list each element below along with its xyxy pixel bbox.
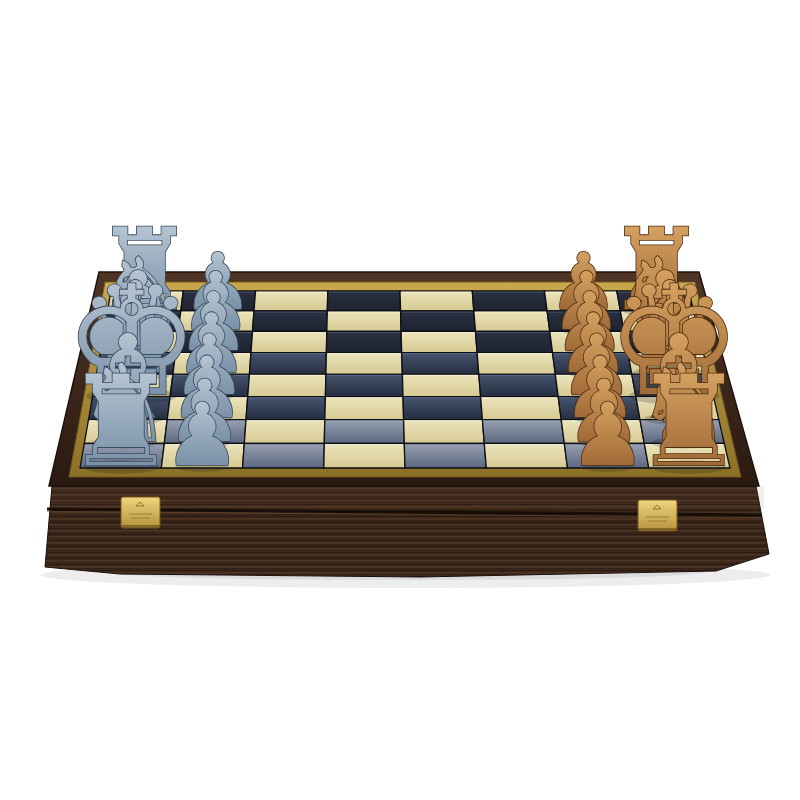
square-c6[interactable] (251, 332, 327, 353)
square-d3[interactable] (477, 353, 555, 375)
square-e3[interactable] (479, 374, 558, 396)
square-g5[interactable] (324, 420, 404, 444)
brass-clasp-left (121, 497, 160, 528)
photo-canvas: ♜♟♟♜♞♟♟♞♝♟♟♝♛♟♟♛♚♟♟♚♝♟♟♝♞♟♟♞♜♟♟♜ (0, 0, 800, 800)
square-b4[interactable] (401, 311, 476, 332)
square-c5[interactable] (326, 332, 401, 353)
square-f5[interactable] (325, 397, 404, 420)
square-h3[interactable] (484, 444, 567, 469)
square-f4[interactable] (403, 397, 482, 420)
square-a3[interactable] (472, 291, 547, 311)
square-e4[interactable] (402, 374, 480, 396)
square-h6[interactable] (243, 444, 325, 469)
square-f3[interactable] (481, 397, 562, 420)
square-d4[interactable] (402, 353, 479, 375)
square-d6[interactable] (249, 353, 326, 375)
square-c3[interactable] (476, 332, 553, 353)
square-a6[interactable] (254, 291, 328, 311)
square-g4[interactable] (404, 420, 485, 444)
square-e6[interactable] (248, 374, 326, 396)
square-b5[interactable] (327, 311, 401, 332)
wooden-case (45, 486, 769, 577)
square-d5[interactable] (326, 353, 403, 375)
square-e5[interactable] (325, 374, 403, 396)
square-a5[interactable] (327, 291, 400, 311)
square-g6[interactable] (244, 420, 324, 444)
square-c4[interactable] (401, 332, 477, 353)
square-a4[interactable] (400, 291, 474, 311)
square-b6[interactable] (253, 311, 328, 332)
piece-black-r-h8[interactable]: ♜ (65, 349, 177, 494)
square-h4[interactable] (404, 444, 486, 469)
square-b3[interactable] (474, 311, 550, 332)
piece-black-p-h7[interactable]: ♟ (163, 384, 241, 486)
square-h5[interactable] (324, 444, 405, 469)
chess-set-photo: ♜♟♟♜♞♟♟♞♝♟♟♝♛♟♟♛♚♟♟♚♝♟♟♝♞♟♟♞♜♟♟♜ (0, 0, 800, 800)
square-f6[interactable] (246, 397, 325, 420)
piece-white-r-h1[interactable]: ♜ (633, 349, 745, 494)
square-g3[interactable] (482, 420, 564, 444)
brass-clasp-right (638, 500, 677, 531)
